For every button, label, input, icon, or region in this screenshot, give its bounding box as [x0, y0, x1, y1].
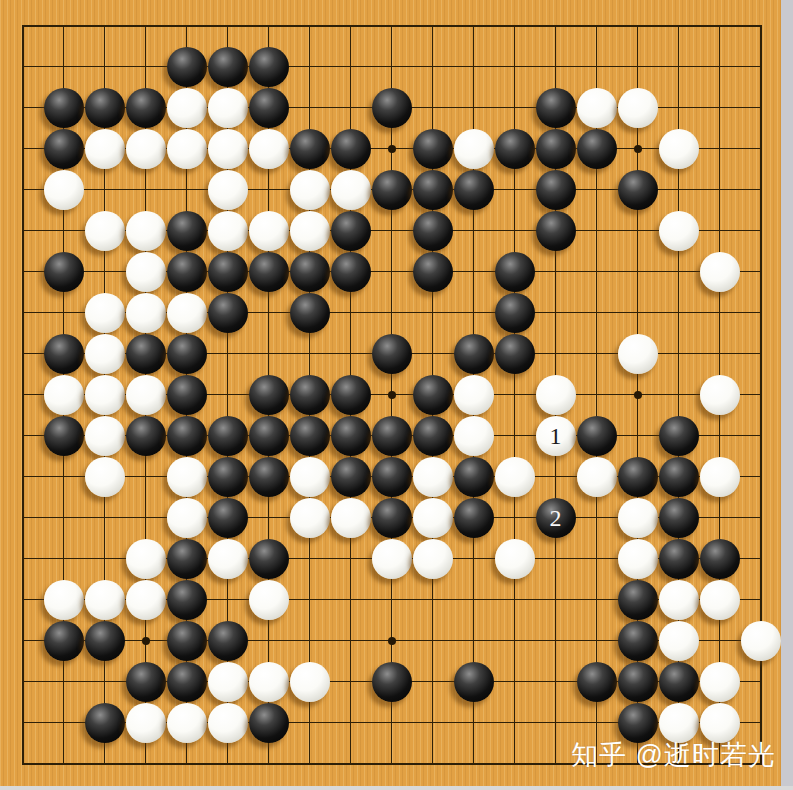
white-stone	[208, 539, 248, 579]
black-stone	[618, 170, 658, 210]
black-stone	[208, 416, 248, 456]
black-stone	[577, 129, 617, 169]
black-stone	[167, 621, 207, 661]
star-point	[388, 637, 396, 645]
black-stone	[167, 334, 207, 374]
white-stone	[700, 457, 740, 497]
black-stone	[331, 129, 371, 169]
black-stone	[249, 416, 289, 456]
black-stone	[659, 662, 699, 702]
white-stone	[700, 252, 740, 292]
black-stone	[495, 334, 535, 374]
black-stone	[167, 252, 207, 292]
white-stone	[618, 334, 658, 374]
white-stone	[659, 621, 699, 661]
black-stone	[85, 621, 125, 661]
star-point	[634, 391, 642, 399]
black-stone	[249, 539, 289, 579]
white-stone	[331, 498, 371, 538]
black-stone	[208, 252, 248, 292]
white-stone	[85, 375, 125, 415]
white-stone	[618, 498, 658, 538]
black-stone	[618, 621, 658, 661]
black-stone	[126, 334, 166, 374]
black-stone	[413, 211, 453, 251]
black-stone	[126, 88, 166, 128]
white-stone	[126, 375, 166, 415]
black-stone	[454, 457, 494, 497]
black-stone	[413, 252, 453, 292]
black-stone	[659, 457, 699, 497]
black-stone	[495, 252, 535, 292]
black-stone	[126, 662, 166, 702]
white-stone	[290, 211, 330, 251]
white-stone	[44, 170, 84, 210]
white-stone	[659, 580, 699, 620]
white-stone	[290, 662, 330, 702]
star-point	[142, 637, 150, 645]
white-stone	[85, 416, 125, 456]
star-point	[388, 391, 396, 399]
black-stone	[659, 416, 699, 456]
white-stone	[331, 170, 371, 210]
black-stone	[44, 334, 84, 374]
watermark-text: 知乎 @逝时若光	[571, 737, 776, 773]
black-stone	[413, 129, 453, 169]
black-stone	[454, 334, 494, 374]
white-stone	[249, 211, 289, 251]
white-stone	[85, 211, 125, 251]
white-stone	[741, 621, 781, 661]
black-stone	[372, 334, 412, 374]
white-stone	[536, 375, 576, 415]
white-stone	[700, 580, 740, 620]
white-stone	[167, 88, 207, 128]
white-stone	[208, 662, 248, 702]
window-edge-bottom	[0, 786, 793, 790]
black-stone	[577, 662, 617, 702]
black-stone	[208, 457, 248, 497]
black-stone	[167, 580, 207, 620]
black-stone	[413, 170, 453, 210]
white-stone	[659, 129, 699, 169]
black-stone	[167, 662, 207, 702]
white-stone	[249, 129, 289, 169]
black-stone	[249, 47, 289, 87]
black-stone	[167, 375, 207, 415]
black-stone	[44, 621, 84, 661]
white-stone	[126, 580, 166, 620]
white-stone	[167, 703, 207, 743]
white-stone	[126, 211, 166, 251]
white-stone	[85, 293, 125, 333]
black-stone	[413, 416, 453, 456]
black-stone	[44, 252, 84, 292]
go-app-screen: 12 知乎 @逝时若光	[0, 0, 793, 790]
black-stone	[536, 88, 576, 128]
window-edge-right	[781, 0, 793, 790]
black-stone	[536, 170, 576, 210]
black-stone	[167, 47, 207, 87]
black-stone	[290, 252, 330, 292]
white-stone	[167, 129, 207, 169]
black-stone	[413, 375, 453, 415]
black-stone	[85, 703, 125, 743]
white-stone	[167, 498, 207, 538]
black-stone	[208, 293, 248, 333]
black-stone	[249, 457, 289, 497]
black-stone	[290, 375, 330, 415]
white-stone	[126, 293, 166, 333]
white-stone	[126, 129, 166, 169]
black-stone	[495, 129, 535, 169]
white-stone	[413, 539, 453, 579]
black-stone	[44, 88, 84, 128]
black-stone	[372, 457, 412, 497]
white-stone	[126, 539, 166, 579]
black-stone	[372, 416, 412, 456]
black-stone	[618, 457, 658, 497]
white-stone	[208, 170, 248, 210]
white-stone	[85, 334, 125, 374]
star-point	[388, 145, 396, 153]
black-stone	[208, 498, 248, 538]
black-stone	[167, 416, 207, 456]
black-stone	[331, 211, 371, 251]
black-stone	[536, 211, 576, 251]
white-stone	[208, 211, 248, 251]
black-stone	[659, 539, 699, 579]
white-stone	[126, 703, 166, 743]
move-number-label: 2	[550, 506, 562, 530]
black-stone	[331, 416, 371, 456]
white-stone	[700, 662, 740, 702]
black-stone	[454, 498, 494, 538]
black-stone	[208, 621, 248, 661]
black-stone	[290, 129, 330, 169]
white-stone	[495, 539, 535, 579]
black-stone	[372, 662, 412, 702]
black-stone	[700, 539, 740, 579]
black-stone	[44, 416, 84, 456]
black-stone	[331, 457, 371, 497]
black-stone	[249, 703, 289, 743]
white-stone	[290, 457, 330, 497]
black-stone	[331, 252, 371, 292]
black-stone	[618, 662, 658, 702]
black-stone	[290, 293, 330, 333]
move-number-label: 1	[550, 424, 562, 448]
white-stone	[249, 662, 289, 702]
black-stone	[290, 416, 330, 456]
white-stone	[85, 129, 125, 169]
white-stone	[167, 293, 207, 333]
black-stone	[372, 170, 412, 210]
black-stone	[372, 498, 412, 538]
black-stone	[454, 662, 494, 702]
white-stone	[372, 539, 412, 579]
white-stone	[208, 129, 248, 169]
white-stone	[290, 170, 330, 210]
white-stone	[44, 580, 84, 620]
black-stone	[85, 88, 125, 128]
star-point	[634, 145, 642, 153]
black-stone	[126, 416, 166, 456]
white-stone: 1	[536, 416, 576, 456]
black-stone	[331, 375, 371, 415]
white-stone	[454, 416, 494, 456]
white-stone	[290, 498, 330, 538]
black-stone	[372, 88, 412, 128]
white-stone	[126, 252, 166, 292]
white-stone	[454, 129, 494, 169]
black-stone	[44, 129, 84, 169]
white-stone	[413, 498, 453, 538]
black-stone	[167, 211, 207, 251]
black-stone	[618, 580, 658, 620]
white-stone	[495, 457, 535, 497]
white-stone	[208, 703, 248, 743]
white-stone	[85, 580, 125, 620]
black-stone	[577, 416, 617, 456]
white-stone	[167, 457, 207, 497]
white-stone	[577, 457, 617, 497]
white-stone	[249, 580, 289, 620]
white-stone	[618, 539, 658, 579]
black-stone	[495, 293, 535, 333]
black-stone	[536, 129, 576, 169]
black-stone	[249, 252, 289, 292]
black-stone: 2	[536, 498, 576, 538]
white-stone	[618, 88, 658, 128]
black-stone	[249, 88, 289, 128]
white-stone	[44, 375, 84, 415]
black-stone	[454, 170, 494, 210]
white-stone	[577, 88, 617, 128]
black-stone	[167, 539, 207, 579]
white-stone	[454, 375, 494, 415]
white-stone	[700, 375, 740, 415]
white-stone	[208, 88, 248, 128]
white-stone	[413, 457, 453, 497]
black-stone	[249, 375, 289, 415]
white-stone	[85, 457, 125, 497]
black-stone	[659, 498, 699, 538]
white-stone	[659, 211, 699, 251]
black-stone	[208, 47, 248, 87]
